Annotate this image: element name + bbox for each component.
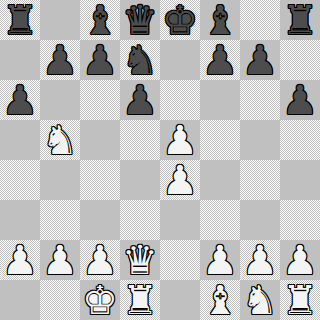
square-b2[interactable]: ♟: [40, 240, 80, 280]
square-g2[interactable]: ♟: [240, 240, 280, 280]
square-f2[interactable]: ♟: [200, 240, 240, 280]
square-g1[interactable]: ♞: [240, 280, 280, 320]
square-b3[interactable]: [40, 200, 80, 240]
black-knight[interactable]: ♞: [122, 40, 158, 80]
white-pawn[interactable]: ♟: [82, 240, 118, 280]
square-a4[interactable]: [0, 160, 40, 200]
square-f5[interactable]: [200, 120, 240, 160]
square-f6[interactable]: [200, 80, 240, 120]
square-a2[interactable]: ♟: [0, 240, 40, 280]
square-c2[interactable]: ♟: [80, 240, 120, 280]
square-c7[interactable]: ♟: [80, 40, 120, 80]
black-queen[interactable]: ♛: [122, 0, 158, 40]
square-g7[interactable]: ♟: [240, 40, 280, 80]
white-rook[interactable]: ♜: [122, 280, 158, 320]
square-d5[interactable]: [120, 120, 160, 160]
square-b7[interactable]: ♟: [40, 40, 80, 80]
square-e2[interactable]: [160, 240, 200, 280]
square-b4[interactable]: [40, 160, 80, 200]
square-f7[interactable]: ♟: [200, 40, 240, 80]
square-c8[interactable]: ♝: [80, 0, 120, 40]
square-h1[interactable]: ♜: [280, 280, 320, 320]
square-h2[interactable]: ♟: [280, 240, 320, 280]
square-e4[interactable]: ♟: [160, 160, 200, 200]
white-pawn[interactable]: ♟: [202, 240, 238, 280]
black-rook[interactable]: ♜: [282, 0, 318, 40]
square-g5[interactable]: [240, 120, 280, 160]
square-d6[interactable]: ♟: [120, 80, 160, 120]
black-rook[interactable]: ♜: [2, 0, 38, 40]
black-bishop[interactable]: ♝: [202, 0, 238, 40]
square-d8[interactable]: ♛: [120, 0, 160, 40]
white-king[interactable]: ♚: [82, 280, 118, 320]
square-d7[interactable]: ♞: [120, 40, 160, 80]
square-d2[interactable]: ♛: [120, 240, 160, 280]
square-c5[interactable]: [80, 120, 120, 160]
square-a5[interactable]: [0, 120, 40, 160]
square-e5[interactable]: ♟: [160, 120, 200, 160]
square-h6[interactable]: ♟: [280, 80, 320, 120]
white-rook[interactable]: ♜: [282, 280, 318, 320]
black-bishop[interactable]: ♝: [82, 0, 118, 40]
black-pawn[interactable]: ♟: [122, 80, 158, 120]
white-knight[interactable]: ♞: [242, 280, 278, 320]
white-pawn[interactable]: ♟: [282, 240, 318, 280]
square-h4[interactable]: [280, 160, 320, 200]
square-h8[interactable]: ♜: [280, 0, 320, 40]
chess-board: ♜♝♛♚♝♜♟♟♞♟♟♟♟♟♞♟♟♟♟♟♛♟♟♟♚♜♝♞♜: [0, 0, 320, 320]
square-b6[interactable]: [40, 80, 80, 120]
square-f8[interactable]: ♝: [200, 0, 240, 40]
square-f1[interactable]: ♝: [200, 280, 240, 320]
square-f3[interactable]: [200, 200, 240, 240]
black-pawn[interactable]: ♟: [2, 80, 38, 120]
square-a3[interactable]: [0, 200, 40, 240]
square-d3[interactable]: [120, 200, 160, 240]
white-pawn[interactable]: ♟: [162, 120, 198, 160]
white-pawn[interactable]: ♟: [42, 240, 78, 280]
black-pawn[interactable]: ♟: [202, 40, 238, 80]
square-h3[interactable]: [280, 200, 320, 240]
square-g8[interactable]: [240, 0, 280, 40]
square-h7[interactable]: [280, 40, 320, 80]
square-e7[interactable]: [160, 40, 200, 80]
square-e6[interactable]: [160, 80, 200, 120]
square-e8[interactable]: ♚: [160, 0, 200, 40]
square-c4[interactable]: [80, 160, 120, 200]
square-h5[interactable]: [280, 120, 320, 160]
white-pawn[interactable]: ♟: [242, 240, 278, 280]
square-d1[interactable]: ♜: [120, 280, 160, 320]
square-e3[interactable]: [160, 200, 200, 240]
square-a8[interactable]: ♜: [0, 0, 40, 40]
white-knight[interactable]: ♞: [42, 120, 78, 160]
black-pawn[interactable]: ♟: [242, 40, 278, 80]
square-a6[interactable]: ♟: [0, 80, 40, 120]
black-pawn[interactable]: ♟: [282, 80, 318, 120]
square-g6[interactable]: [240, 80, 280, 120]
square-c3[interactable]: [80, 200, 120, 240]
white-pawn[interactable]: ♟: [162, 160, 198, 200]
black-pawn[interactable]: ♟: [42, 40, 78, 80]
square-a1[interactable]: [0, 280, 40, 320]
square-g4[interactable]: [240, 160, 280, 200]
black-pawn[interactable]: ♟: [82, 40, 118, 80]
square-d4[interactable]: [120, 160, 160, 200]
white-queen[interactable]: ♛: [122, 240, 158, 280]
square-c1[interactable]: ♚: [80, 280, 120, 320]
square-b1[interactable]: [40, 280, 80, 320]
square-c6[interactable]: [80, 80, 120, 120]
white-pawn[interactable]: ♟: [2, 240, 38, 280]
black-king[interactable]: ♚: [162, 0, 198, 40]
square-b5[interactable]: ♞: [40, 120, 80, 160]
square-b8[interactable]: [40, 0, 80, 40]
square-e1[interactable]: [160, 280, 200, 320]
white-bishop[interactable]: ♝: [202, 280, 238, 320]
square-a7[interactable]: [0, 40, 40, 80]
square-g3[interactable]: [240, 200, 280, 240]
square-f4[interactable]: [200, 160, 240, 200]
